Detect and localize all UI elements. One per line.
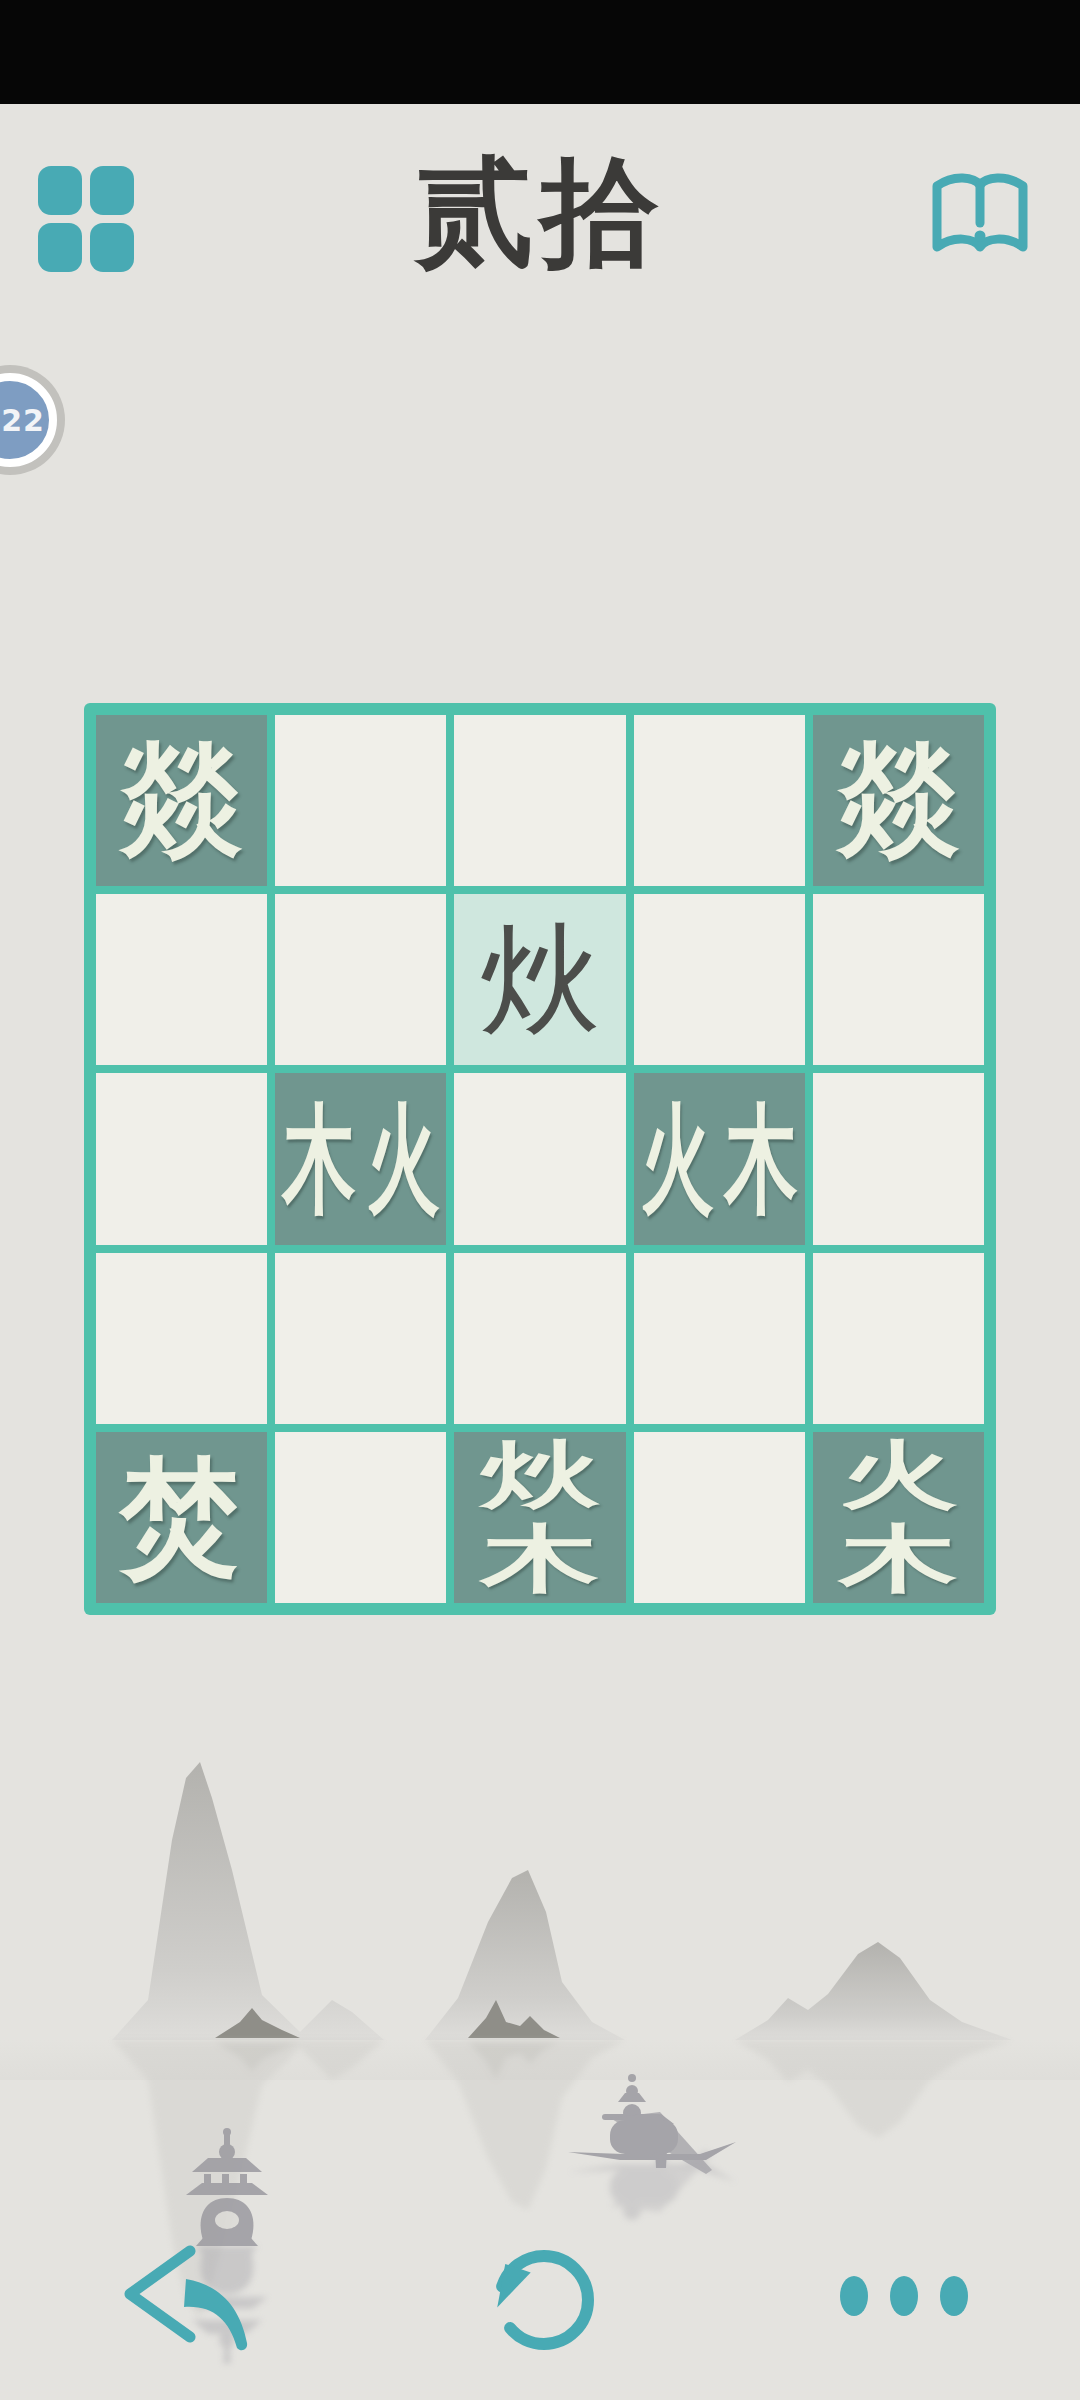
tile-glyph: 木 (839, 1523, 957, 1596)
board-cell (275, 1253, 446, 1424)
grid-menu-icon (38, 166, 134, 272)
tile-glyph: 木 (282, 1100, 355, 1218)
mountains (112, 1762, 1012, 2040)
tile[interactable]: 炏 (454, 894, 625, 1065)
tile-glyph: 木 (481, 1523, 599, 1596)
more-options-button[interactable] (830, 2270, 978, 2322)
undo-button[interactable] (120, 2243, 260, 2358)
tile[interactable]: 焚 (96, 1432, 267, 1603)
tile[interactable]: 燚 (96, 715, 267, 886)
book-exclamation-icon (928, 168, 1032, 268)
tile[interactable]: 火木 (634, 1073, 805, 1244)
board-cell (275, 715, 446, 886)
board[interactable]: 燚燚炏木火火木焚炏木火木 (84, 703, 996, 1615)
board-cell (275, 1432, 446, 1603)
board-cell (275, 894, 446, 1065)
board-cell (813, 1253, 984, 1424)
tile-glyph: 木 (725, 1100, 798, 1218)
tile-glyph: 火 (366, 1100, 439, 1218)
level-badge[interactable]: 22 (0, 373, 57, 467)
board-cell (96, 1073, 267, 1244)
board-cell (96, 1253, 267, 1424)
tile-glyph: 炏 (481, 1439, 599, 1512)
board-cell (813, 894, 984, 1065)
tile[interactable]: 炏木 (454, 1432, 625, 1603)
tile-glyph: 火 (839, 1439, 957, 1512)
tile[interactable]: 火木 (813, 1432, 984, 1603)
board-cell (454, 1073, 625, 1244)
tile[interactable]: 木火 (275, 1073, 446, 1244)
page-title: 贰拾 (0, 148, 1080, 278)
board-cell (96, 894, 267, 1065)
restart-circular-arrow-icon (478, 2243, 604, 2355)
tile-glyph: 炏 (480, 920, 600, 1040)
board-cell (813, 1073, 984, 1244)
pagoda-silhouette (186, 2128, 268, 2246)
handbook-button[interactable] (928, 168, 1032, 268)
tile-glyph: 火 (641, 1100, 714, 1218)
fishing-boat-silhouette (568, 2074, 736, 2174)
board-cell (634, 894, 805, 1065)
board-cell (454, 715, 625, 886)
board-cell (634, 715, 805, 886)
undo-arrow-icon (120, 2243, 260, 2358)
tile[interactable]: 燚 (813, 715, 984, 886)
menu-button[interactable] (38, 166, 134, 272)
board-cell (454, 1253, 625, 1424)
level-badge-label: 22 (0, 403, 45, 438)
restart-button[interactable] (478, 2243, 604, 2355)
tile-glyph: 焚 (120, 1455, 244, 1579)
board-cell (634, 1253, 805, 1424)
three-dots-menu-icon (830, 2270, 978, 2322)
tile-glyph: 燚 (836, 739, 960, 863)
board-cell (634, 1432, 805, 1603)
status-bar (0, 0, 1080, 104)
tile-glyph: 燚 (120, 739, 244, 863)
